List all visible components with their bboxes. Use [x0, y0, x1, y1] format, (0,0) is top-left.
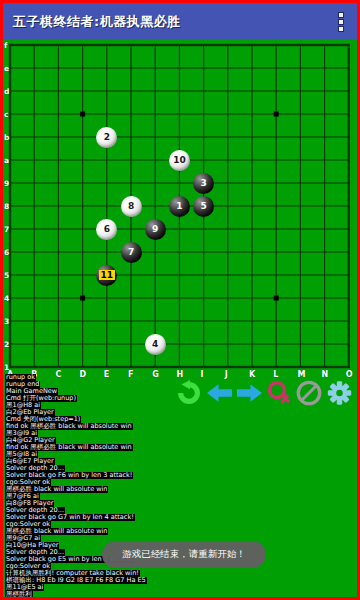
title-bar: 五子棋终结者:机器执黑必胜 — [3, 3, 357, 40]
app-title: 五子棋终结者:机器执黑必胜 — [13, 13, 181, 31]
stone-black-F6: 7 — [121, 242, 142, 263]
stone-black-I9: 3 — [193, 173, 214, 194]
stone-white-Eb: 2 — [96, 127, 117, 148]
undo-button[interactable] — [206, 380, 233, 406]
move-number: 9 — [152, 225, 158, 234]
move-number: 10 — [173, 156, 186, 165]
overflow-menu-button[interactable] — [335, 9, 347, 35]
row-label-e: e — [4, 64, 9, 73]
settings-button[interactable] — [326, 379, 353, 407]
last-move-marker: 11 — [99, 270, 116, 280]
menu-dots-icon — [339, 27, 343, 31]
row-label-4: 4 — [4, 294, 9, 303]
move-number: 8 — [128, 202, 134, 211]
refresh-icon — [175, 379, 203, 407]
console-line: 黑棋胜利 — [5, 591, 33, 598]
row-label-9: 9 — [4, 179, 9, 188]
gear-icon — [326, 379, 353, 407]
row-label-a: a — [4, 156, 9, 165]
menu-dots-icon — [339, 20, 343, 24]
search-icon — [266, 380, 292, 407]
row-label-c: c — [4, 110, 8, 119]
move-number: 4 — [152, 340, 158, 349]
menu-dots-icon — [339, 13, 343, 17]
redo-button[interactable] — [236, 380, 263, 406]
row-label-7: 7 — [4, 225, 9, 234]
arrow-left-icon — [206, 380, 233, 406]
move-number: 6 — [104, 225, 110, 234]
row-label-8: 8 — [4, 202, 9, 211]
row-label-3: 3 — [4, 317, 9, 326]
move-number: 7 — [128, 248, 134, 257]
app-screen: 五子棋终结者:机器执黑必胜 1234567891011 ABCDEFGHIJKL… — [0, 0, 360, 600]
stone-black-G7: 9 — [145, 219, 166, 240]
toast: 游戏已经结束，请重新开始！ — [102, 541, 266, 568]
move-number: 3 — [200, 179, 206, 188]
ban-icon — [295, 379, 323, 407]
stone-white-G2: 4 — [145, 334, 166, 355]
row-label-1: 1 — [4, 363, 9, 372]
stone-white-F8: 8 — [121, 196, 142, 217]
row-label-5: 5 — [4, 271, 9, 280]
stone-black-E5: 11 — [96, 265, 117, 286]
stone-white-E7: 6 — [96, 219, 117, 240]
row-label-6: 6 — [4, 248, 9, 257]
arrow-right-icon — [236, 380, 263, 406]
stone-black-I8: 5 — [193, 196, 214, 217]
stone-white-Ha: 10 — [169, 150, 190, 171]
move-number: 1 — [176, 202, 182, 211]
row-label-d: d — [4, 87, 9, 96]
move-number: 5 — [200, 202, 206, 211]
move-number: 2 — [104, 133, 110, 142]
row-label-f: f — [4, 41, 7, 50]
row-label-2: 2 — [4, 340, 9, 349]
analyze-button[interactable] — [266, 380, 292, 407]
toolbar — [175, 379, 353, 407]
restart-button[interactable] — [175, 379, 203, 407]
row-label-b: b — [4, 133, 9, 142]
forbid-button[interactable] — [295, 379, 323, 407]
stone-black-H8: 1 — [169, 196, 190, 217]
toast-text: 游戏已经结束，请重新开始！ — [122, 548, 246, 561]
gomoku-board[interactable]: 1234567891011 — [0, 34, 360, 379]
